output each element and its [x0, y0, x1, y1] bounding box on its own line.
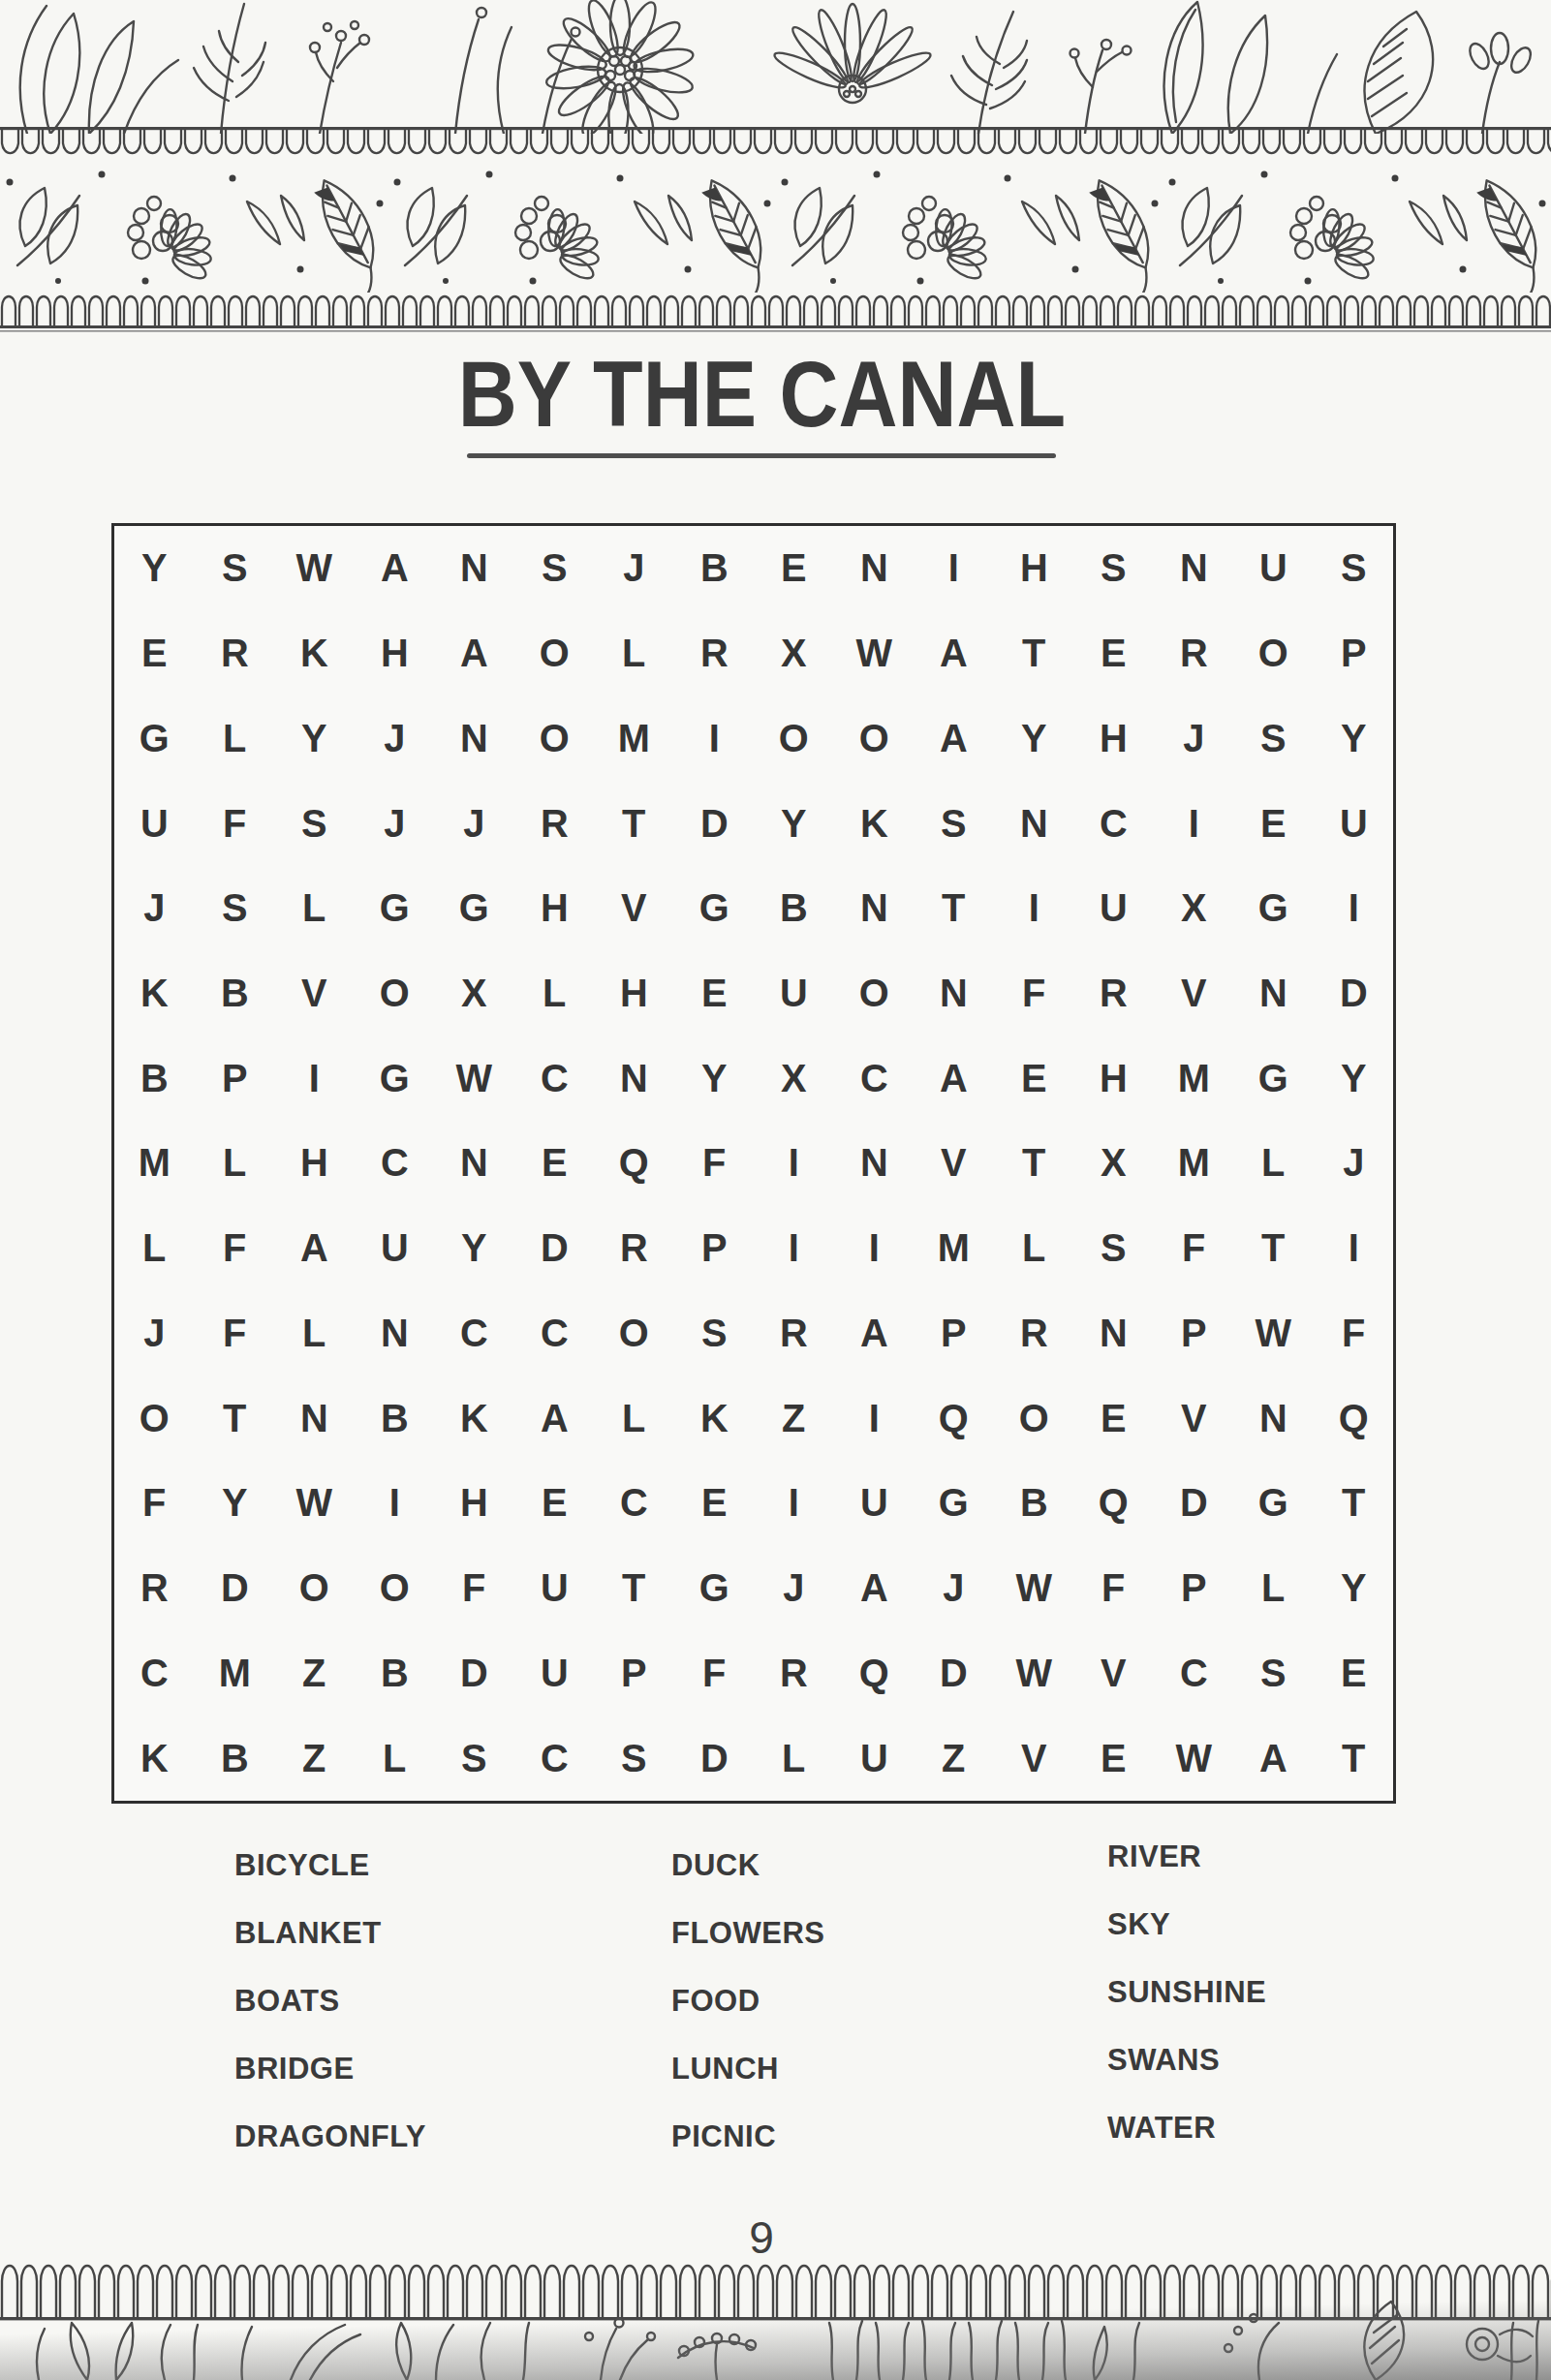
grid-cell-r4c7[interactable]: T — [595, 781, 672, 866]
grid-cell-r9c16[interactable]: I — [1315, 1206, 1392, 1291]
grid-cell-r4c15[interactable]: E — [1234, 781, 1312, 866]
grid-cell-r3c13[interactable]: H — [1074, 695, 1152, 781]
grid-cell-r2c2[interactable]: R — [196, 611, 273, 696]
grid-cell-r14c10[interactable]: Q — [835, 1631, 913, 1716]
word-list-item: PICNIC — [671, 2119, 825, 2187]
grid-cell-r5c12[interactable]: I — [995, 866, 1072, 951]
grid-cell-r11c5[interactable]: K — [435, 1375, 512, 1461]
grid-cell-r3c14[interactable]: J — [1155, 695, 1232, 781]
grid-cell-r12c8[interactable]: E — [675, 1461, 753, 1546]
grid-cell-r11c9[interactable]: Z — [755, 1375, 832, 1461]
grid-cell-r9c6[interactable]: D — [515, 1206, 593, 1291]
title-block: BY THE CANAL — [0, 341, 1523, 458]
grid-cell-r7c8[interactable]: Y — [675, 1035, 753, 1121]
grid-cell-r15c11[interactable]: Z — [915, 1715, 992, 1801]
grid-cell-r5c15[interactable]: G — [1234, 866, 1312, 951]
grid-cell-r4c14[interactable]: I — [1155, 781, 1232, 866]
word-list-column-2: DUCKFLOWERSFOODLUNCHPICNIC — [671, 1848, 825, 2187]
grid-cell-r13c1[interactable]: R — [115, 1546, 193, 1631]
grid-cell-r14c12[interactable]: W — [995, 1631, 1072, 1716]
grid-cell-r6c14[interactable]: V — [1155, 951, 1232, 1036]
grid-cell-r10c16[interactable]: F — [1315, 1291, 1392, 1376]
grid-cell-r12c2[interactable]: Y — [196, 1461, 273, 1546]
grid-cell-r8c1[interactable]: M — [115, 1121, 193, 1206]
word-list-column-1: BICYCLEBLANKETBOATSBRIDGEDRAGONFLY — [234, 1848, 426, 2187]
grid-cell-r6c12[interactable]: F — [995, 951, 1072, 1036]
grid-cell-r3c12[interactable]: Y — [995, 695, 1072, 781]
grid-cell-r8c3[interactable]: H — [275, 1121, 353, 1206]
grid-cell-r10c4[interactable]: N — [356, 1291, 433, 1376]
grid-cell-r4c16[interactable]: U — [1315, 781, 1392, 866]
grid-cell-r8c12[interactable]: T — [995, 1121, 1072, 1206]
grid-cell-r2c1[interactable]: E — [115, 611, 193, 696]
grid-cell-r7c13[interactable]: H — [1074, 1035, 1152, 1121]
grid-cell-r6c9[interactable]: U — [755, 951, 832, 1036]
grid-cell-r1c13[interactable]: S — [1074, 526, 1152, 611]
grid-cell-r7c14[interactable]: M — [1155, 1035, 1232, 1121]
grid-cell-r15c12[interactable]: V — [995, 1715, 1072, 1801]
grid-cell-r2c8[interactable]: R — [675, 611, 753, 696]
grid-cell-r8c16[interactable]: J — [1315, 1121, 1392, 1206]
grid-cell-r10c7[interactable]: O — [595, 1291, 672, 1376]
grid-cell-r15c9[interactable]: L — [755, 1715, 832, 1801]
grid-cell-r1c4[interactable]: A — [356, 526, 433, 611]
grid-cell-r8c7[interactable]: Q — [595, 1121, 672, 1206]
grid-cell-r10c15[interactable]: W — [1234, 1291, 1312, 1376]
grid-cell-r5c9[interactable]: B — [755, 866, 832, 951]
grid-cell-r2c9[interactable]: X — [755, 611, 832, 696]
grid-cell-r12c5[interactable]: H — [435, 1461, 512, 1546]
grid-cell-r13c11[interactable]: J — [915, 1546, 992, 1631]
grid-cell-r1c11[interactable]: I — [915, 526, 992, 611]
grid-cell-r6c4[interactable]: O — [356, 951, 433, 1036]
grid-cell-r4c1[interactable]: U — [115, 781, 193, 866]
grid-cell-r12c6[interactable]: E — [515, 1461, 593, 1546]
grid-cell-r6c16[interactable]: D — [1315, 951, 1392, 1036]
grid-cell-r1c2[interactable]: S — [196, 526, 273, 611]
grid-cell-r3c5[interactable]: N — [435, 695, 512, 781]
grid-cell-r14c2[interactable]: M — [196, 1631, 273, 1716]
grid-cell-r2c11[interactable]: A — [915, 611, 992, 696]
grid-cell-r3c2[interactable]: L — [196, 695, 273, 781]
grid-cell-r6c3[interactable]: V — [275, 951, 353, 1036]
grid-cell-r14c3[interactable]: Z — [275, 1631, 353, 1716]
grid-cell-r14c11[interactable]: D — [915, 1631, 992, 1716]
grid-cell-r11c12[interactable]: O — [995, 1375, 1072, 1461]
grid-cell-r2c15[interactable]: O — [1234, 611, 1312, 696]
grid-cell-r13c13[interactable]: F — [1074, 1546, 1152, 1631]
grid-cell-r6c7[interactable]: H — [595, 951, 672, 1036]
grid-cell-r2c10[interactable]: W — [835, 611, 913, 696]
grid-cell-r12c7[interactable]: C — [595, 1461, 672, 1546]
grid-cell-r11c1[interactable]: O — [115, 1375, 193, 1461]
word-search-grid: YSWANSJBENIHSNUSERKHAOLRXWATEROPGLYJNOMI… — [114, 526, 1393, 1801]
grid-cell-r15c14[interactable]: W — [1155, 1715, 1232, 1801]
word-list-item: BRIDGE — [234, 2052, 426, 2119]
grid-cell-r8c13[interactable]: X — [1074, 1121, 1152, 1206]
grid-cell-r5c8[interactable]: G — [675, 866, 753, 951]
grid-cell-r6c6[interactable]: L — [515, 951, 593, 1036]
grid-cell-r6c15[interactable]: N — [1234, 951, 1312, 1036]
grid-cell-r7c6[interactable]: C — [515, 1035, 593, 1121]
grid-cell-r5c2[interactable]: S — [196, 866, 273, 951]
word-list-column-3: RIVERSKYSUNSHINESWANSWATER — [1107, 1839, 1266, 2179]
word-list-item: RIVER — [1107, 1839, 1266, 1907]
word-list-item: BOATS — [234, 1984, 426, 2052]
grid-cell-r9c13[interactable]: S — [1074, 1206, 1152, 1291]
word-list: BICYCLEBLANKETBOATSBRIDGEDRAGONFLY DUCKF… — [0, 1848, 1551, 2197]
grid-cell-r13c15[interactable]: L — [1234, 1546, 1312, 1631]
grid-cell-r2c7[interactable]: L — [595, 611, 672, 696]
word-list-item: FLOWERS — [671, 1916, 825, 1984]
grid-cell-r11c14[interactable]: V — [1155, 1375, 1232, 1461]
grid-cell-r1c12[interactable]: H — [995, 526, 1072, 611]
floral-top-illustration — [0, 0, 1551, 134]
grid-cell-r14c7[interactable]: P — [595, 1631, 672, 1716]
grid-cell-r11c10[interactable]: I — [835, 1375, 913, 1461]
grid-cell-r11c11[interactable]: Q — [915, 1375, 992, 1461]
grid-cell-r11c7[interactable]: L — [595, 1375, 672, 1461]
grid-cell-r14c9[interactable]: R — [755, 1631, 832, 1716]
grid-cell-r9c15[interactable]: T — [1234, 1206, 1312, 1291]
grid-cell-r1c15[interactable]: U — [1234, 526, 1312, 611]
grid-cell-r7c9[interactable]: X — [755, 1035, 832, 1121]
grid-cell-r3c8[interactable]: I — [675, 695, 753, 781]
word-list-item: LUNCH — [671, 2052, 825, 2119]
grid-cell-r5c3[interactable]: L — [275, 866, 353, 951]
grid-cell-r10c2[interactable]: F — [196, 1291, 273, 1376]
grid-cell-r12c1[interactable]: F — [115, 1461, 193, 1546]
grid-cell-r4c2[interactable]: F — [196, 781, 273, 866]
grid-cell-r9c1[interactable]: L — [115, 1206, 193, 1291]
grid-cell-r9c11[interactable]: M — [915, 1206, 992, 1291]
grid-cell-r12c14[interactable]: D — [1155, 1461, 1232, 1546]
grid-cell-r2c5[interactable]: A — [435, 611, 512, 696]
grid-cell-r11c15[interactable]: N — [1234, 1375, 1312, 1461]
grid-cell-r1c14[interactable]: N — [1155, 526, 1232, 611]
grid-cell-r3c7[interactable]: M — [595, 695, 672, 781]
grid-cell-r15c16[interactable]: T — [1315, 1715, 1392, 1801]
grid-cell-r13c7[interactable]: T — [595, 1546, 672, 1631]
grid-cell-r4c9[interactable]: Y — [755, 781, 832, 866]
grid-cell-r11c8[interactable]: K — [675, 1375, 753, 1461]
grid-cell-r8c11[interactable]: V — [915, 1121, 992, 1206]
grid-cell-r8c4[interactable]: C — [356, 1121, 433, 1206]
grid-cell-r15c4[interactable]: L — [356, 1715, 433, 1801]
grid-cell-r10c12[interactable]: R — [995, 1291, 1072, 1376]
grid-cell-r8c5[interactable]: N — [435, 1121, 512, 1206]
grid-cell-r3c6[interactable]: O — [515, 695, 593, 781]
grid-cell-r8c10[interactable]: N — [835, 1121, 913, 1206]
grid-cell-r13c10[interactable]: A — [835, 1546, 913, 1631]
grid-cell-r9c3[interactable]: A — [275, 1206, 353, 1291]
grid-cell-r1c16[interactable]: S — [1315, 526, 1392, 611]
word-list-item: FOOD — [671, 1984, 825, 2052]
grid-cell-r15c8[interactable]: D — [675, 1715, 753, 1801]
grid-cell-r8c9[interactable]: I — [755, 1121, 832, 1206]
grid-cell-r4c5[interactable]: J — [435, 781, 512, 866]
grid-cell-r7c3[interactable]: I — [275, 1035, 353, 1121]
grid-cell-r14c14[interactable]: C — [1155, 1631, 1232, 1716]
grid-cell-r15c5[interactable]: S — [435, 1715, 512, 1801]
grid-cell-r4c6[interactable]: R — [515, 781, 593, 866]
grid-cell-r12c4[interactable]: I — [356, 1461, 433, 1546]
grid-cell-r7c16[interactable]: Y — [1315, 1035, 1392, 1121]
grid-cell-r1c1[interactable]: Y — [115, 526, 193, 611]
grid-cell-r8c15[interactable]: L — [1234, 1121, 1312, 1206]
grid-cell-r13c3[interactable]: O — [275, 1546, 353, 1631]
grid-cell-r15c13[interactable]: E — [1074, 1715, 1152, 1801]
grid-cell-r4c4[interactable]: J — [356, 781, 433, 866]
grid-cell-r12c12[interactable]: B — [995, 1461, 1072, 1546]
grid-cell-r10c14[interactable]: P — [1155, 1291, 1232, 1376]
grid-cell-r8c14[interactable]: M — [1155, 1121, 1232, 1206]
grid-cell-r15c3[interactable]: Z — [275, 1715, 353, 1801]
grid-cell-r12c15[interactable]: G — [1234, 1461, 1312, 1546]
grid-cell-r4c11[interactable]: S — [915, 781, 992, 866]
grid-cell-r2c14[interactable]: R — [1155, 611, 1232, 696]
grid-cell-r6c13[interactable]: R — [1074, 951, 1152, 1036]
grid-cell-r6c1[interactable]: K — [115, 951, 193, 1036]
grid-cell-r11c4[interactable]: B — [356, 1375, 433, 1461]
word-list-item: BLANKET — [234, 1916, 426, 1984]
grid-cell-r7c10[interactable]: C — [835, 1035, 913, 1121]
grid-cell-r10c3[interactable]: L — [275, 1291, 353, 1376]
grid-cell-r9c10[interactable]: I — [835, 1206, 913, 1291]
grid-cell-r4c10[interactable]: K — [835, 781, 913, 866]
grid-cell-r14c6[interactable]: U — [515, 1631, 593, 1716]
grid-cell-r2c4[interactable]: H — [356, 611, 433, 696]
grid-cell-r1c9[interactable]: E — [755, 526, 832, 611]
grid-cell-r7c7[interactable]: N — [595, 1035, 672, 1121]
scallop-border-top — [0, 124, 1551, 167]
grid-cell-r10c1[interactable]: J — [115, 1291, 193, 1376]
grid-cell-r5c1[interactable]: J — [115, 866, 193, 951]
grid-cell-r1c3[interactable]: W — [275, 526, 353, 611]
grid-cell-r4c13[interactable]: C — [1074, 781, 1152, 866]
grid-cell-r14c8[interactable]: F — [675, 1631, 753, 1716]
grid-cell-r2c16[interactable]: P — [1315, 611, 1392, 696]
grid-cell-r6c2[interactable]: B — [196, 951, 273, 1036]
grid-cell-r9c14[interactable]: F — [1155, 1206, 1232, 1291]
grid-cell-r12c11[interactable]: G — [915, 1461, 992, 1546]
grid-cell-r6c10[interactable]: O — [835, 951, 913, 1036]
grid-cell-r5c7[interactable]: V — [595, 866, 672, 951]
grid-cell-r13c16[interactable]: Y — [1315, 1546, 1392, 1631]
page-title: BY THE CANAL — [457, 341, 1065, 448]
grid-cell-r5c5[interactable]: G — [435, 866, 512, 951]
grid-cell-r11c13[interactable]: E — [1074, 1375, 1152, 1461]
grid-cell-r2c13[interactable]: E — [1074, 611, 1152, 696]
grid-cell-r3c9[interactable]: O — [755, 695, 832, 781]
grid-cell-r7c2[interactable]: P — [196, 1035, 273, 1121]
grid-cell-r12c13[interactable]: Q — [1074, 1461, 1152, 1546]
grid-cell-r10c10[interactable]: A — [835, 1291, 913, 1376]
grid-cell-r6c8[interactable]: E — [675, 951, 753, 1036]
grid-cell-r1c7[interactable]: J — [595, 526, 672, 611]
grid-cell-r7c4[interactable]: G — [356, 1035, 433, 1121]
grid-cell-r14c15[interactable]: S — [1234, 1631, 1312, 1716]
grid-cell-r7c11[interactable]: A — [915, 1035, 992, 1121]
grid-cell-r13c2[interactable]: D — [196, 1546, 273, 1631]
grid-cell-r13c5[interactable]: F — [435, 1546, 512, 1631]
grid-cell-r5c10[interactable]: N — [835, 866, 913, 951]
grid-cell-r14c4[interactable]: B — [356, 1631, 433, 1716]
page-number: 9 — [0, 2211, 1523, 2264]
word-list-item: SUNSHINE — [1107, 1975, 1266, 2043]
grid-cell-r15c1[interactable]: K — [115, 1715, 193, 1801]
grid-cell-r15c7[interactable]: S — [595, 1715, 672, 1801]
grid-cell-r2c6[interactable]: O — [515, 611, 593, 696]
grid-cell-r5c16[interactable]: I — [1315, 866, 1392, 951]
grid-cell-r5c4[interactable]: G — [356, 866, 433, 951]
grid-cell-r12c9[interactable]: I — [755, 1461, 832, 1546]
grid-cell-r8c8[interactable]: F — [675, 1121, 753, 1206]
grid-cell-r2c3[interactable]: K — [275, 611, 353, 696]
grid-cell-r3c15[interactable]: S — [1234, 695, 1312, 781]
grid-cell-r12c16[interactable]: T — [1315, 1461, 1392, 1546]
grid-cell-r14c13[interactable]: V — [1074, 1631, 1152, 1716]
grid-cell-r9c7[interactable]: R — [595, 1206, 672, 1291]
grid-cell-r10c13[interactable]: N — [1074, 1291, 1152, 1376]
grid-cell-r15c15[interactable]: A — [1234, 1715, 1312, 1801]
grid-cell-r7c15[interactable]: G — [1234, 1035, 1312, 1121]
grid-cell-r2c12[interactable]: T — [995, 611, 1072, 696]
grid-cell-r3c3[interactable]: Y — [275, 695, 353, 781]
grid-cell-r13c14[interactable]: P — [1155, 1546, 1232, 1631]
grid-cell-r9c4[interactable]: U — [356, 1206, 433, 1291]
grid-cell-r7c1[interactable]: B — [115, 1035, 193, 1121]
grid-cell-r9c2[interactable]: F — [196, 1206, 273, 1291]
word-list-item: BICYCLE — [234, 1848, 426, 1916]
grid-cell-r5c6[interactable]: H — [515, 866, 593, 951]
word-list-item: SWANS — [1107, 2043, 1266, 2111]
grid-cell-r15c6[interactable]: C — [515, 1715, 593, 1801]
grid-cell-r9c12[interactable]: L — [995, 1206, 1072, 1291]
folk-flower-band — [0, 167, 1551, 293]
grid-cell-r3c4[interactable]: J — [356, 695, 433, 781]
grid-cell-r13c6[interactable]: U — [515, 1546, 593, 1631]
word-list-item: SKY — [1107, 1907, 1266, 1975]
word-list-item: DUCK — [671, 1848, 825, 1916]
grid-cell-r1c8[interactable]: B — [675, 526, 753, 611]
grid-cell-r7c12[interactable]: E — [995, 1035, 1072, 1121]
grid-cell-r10c9[interactable]: R — [755, 1291, 832, 1376]
grid-cell-r11c16[interactable]: Q — [1315, 1375, 1392, 1461]
grid-cell-r4c3[interactable]: S — [275, 781, 353, 866]
grid-cell-r13c8[interactable]: G — [675, 1546, 753, 1631]
grid-cell-r6c11[interactable]: N — [915, 951, 992, 1036]
grid-cell-r13c9[interactable]: J — [755, 1546, 832, 1631]
grid-cell-r1c10[interactable]: N — [835, 526, 913, 611]
grid-cell-r5c11[interactable]: T — [915, 866, 992, 951]
grid-cell-r4c12[interactable]: N — [995, 781, 1072, 866]
grid-cell-r10c6[interactable]: C — [515, 1291, 593, 1376]
grid-cell-r13c4[interactable]: O — [356, 1546, 433, 1631]
grid-cell-r10c5[interactable]: C — [435, 1291, 512, 1376]
grid-cell-r5c14[interactable]: X — [1155, 866, 1232, 951]
grid-cell-r6c5[interactable]: X — [435, 951, 512, 1036]
grid-cell-r14c16[interactable]: E — [1315, 1631, 1392, 1716]
word-list-item: DRAGONFLY — [234, 2119, 426, 2187]
word-search-grid-frame: YSWANSJBENIHSNUSERKHAOLRXWATEROPGLYJNOMI… — [111, 523, 1396, 1804]
grid-cell-r11c2[interactable]: T — [196, 1375, 273, 1461]
grid-cell-r15c2[interactable]: B — [196, 1715, 273, 1801]
grid-cell-r13c12[interactable]: W — [995, 1546, 1072, 1631]
grid-cell-r4c8[interactable]: D — [675, 781, 753, 866]
grid-cell-r3c1[interactable]: G — [115, 695, 193, 781]
grid-cell-r10c8[interactable]: S — [675, 1291, 753, 1376]
grid-cell-r1c6[interactable]: S — [515, 526, 593, 611]
grid-cell-r15c10[interactable]: U — [835, 1715, 913, 1801]
grid-cell-r11c6[interactable]: A — [515, 1375, 593, 1461]
grid-cell-r12c10[interactable]: U — [835, 1461, 913, 1546]
grid-cell-r1c5[interactable]: N — [435, 526, 512, 611]
grid-cell-r3c11[interactable]: A — [915, 695, 992, 781]
grid-cell-r11c3[interactable]: N — [275, 1375, 353, 1461]
grid-cell-r9c8[interactable]: P — [675, 1206, 753, 1291]
grid-cell-r14c1[interactable]: C — [115, 1631, 193, 1716]
floral-bottom-illustration — [0, 2259, 1551, 2380]
grid-cell-r3c10[interactable]: O — [835, 695, 913, 781]
grid-cell-r12c3[interactable]: W — [275, 1461, 353, 1546]
scallop-border-band-bottom — [0, 291, 1551, 337]
grid-cell-r8c2[interactable]: L — [196, 1121, 273, 1206]
grid-cell-r5c13[interactable]: U — [1074, 866, 1152, 951]
grid-cell-r7c5[interactable]: W — [435, 1035, 512, 1121]
grid-cell-r8c6[interactable]: E — [515, 1121, 593, 1206]
grid-cell-r10c11[interactable]: P — [915, 1291, 992, 1376]
word-list-item: WATER — [1107, 2111, 1266, 2179]
grid-cell-r9c5[interactable]: Y — [435, 1206, 512, 1291]
grid-cell-r14c5[interactable]: D — [435, 1631, 512, 1716]
grid-cell-r3c16[interactable]: Y — [1315, 695, 1392, 781]
title-underline — [467, 453, 1056, 458]
grid-cell-r9c9[interactable]: I — [755, 1206, 832, 1291]
